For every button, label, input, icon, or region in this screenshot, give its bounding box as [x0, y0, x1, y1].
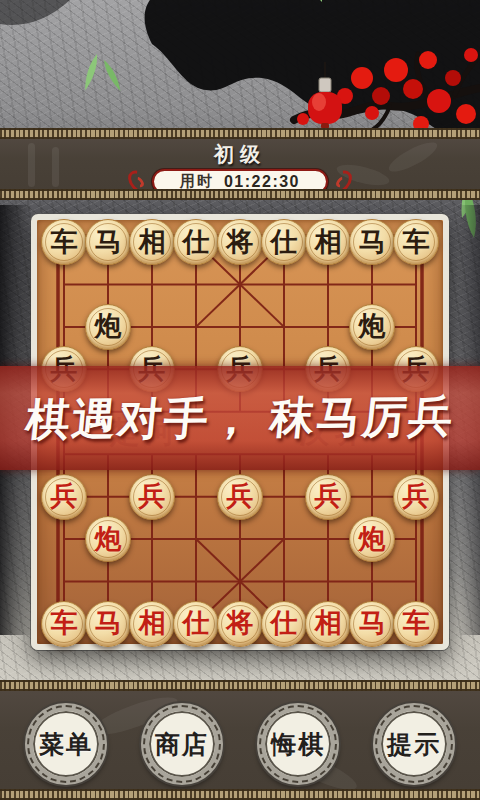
piece-glyph: 炮: [95, 313, 122, 340]
piece-glyph: 马: [95, 610, 122, 637]
bamboo-leaf-icon: [282, 0, 329, 5]
idiom-text: 棋遇对手， 秣马厉兵: [23, 387, 457, 450]
bamboo-leaf-icon: [101, 59, 123, 93]
piece-glyph: 马: [95, 229, 122, 256]
scroll-ornament-icon: [128, 168, 150, 189]
piece-glyph: 兵: [139, 483, 166, 510]
piece-glyph: 炮: [359, 313, 386, 340]
meander-border: [0, 789, 480, 800]
piece-glyph: 车: [51, 610, 78, 637]
action-buttons: 菜单 商店 悔棋 提示: [0, 699, 480, 789]
undo-button[interactable]: 悔棋: [257, 703, 339, 785]
top-bar: 初级 用时 01:22:30: [0, 128, 480, 200]
piece-glyph: 兵: [403, 483, 430, 510]
red-soldier[interactable]: 兵: [217, 474, 263, 520]
idiom-banner: 棋遇对手， 秣马厉兵: [0, 366, 480, 470]
piece-glyph: 仕: [183, 610, 210, 637]
bamboo-leaf-icon: [82, 53, 100, 92]
red-rook[interactable]: 车: [393, 601, 439, 647]
piece-glyph: 马: [359, 229, 386, 256]
menu-button[interactable]: 菜单: [25, 703, 107, 785]
piece-glyph: 仕: [271, 610, 298, 637]
red-advisor[interactable]: 仕: [261, 601, 307, 647]
red-cannon[interactable]: 炮: [85, 516, 131, 562]
piece-glyph: 相: [139, 610, 166, 637]
meander-border: [0, 189, 480, 200]
black-horse[interactable]: 马: [85, 219, 131, 265]
red-soldier[interactable]: 兵: [129, 474, 175, 520]
piece-glyph: 仕: [271, 229, 298, 256]
piece-glyph: 仕: [183, 229, 210, 256]
black-general[interactable]: 将: [217, 219, 263, 265]
black-rook[interactable]: 车: [41, 219, 87, 265]
bottom-bar: 菜单 商店 悔棋 提示: [0, 680, 480, 800]
piece-glyph: 车: [51, 229, 78, 256]
red-elephant[interactable]: 相: [129, 601, 175, 647]
piece-glyph: 相: [139, 229, 166, 256]
plum-branch-icon: [294, 54, 480, 134]
red-soldier[interactable]: 兵: [41, 474, 87, 520]
bottom-bar-panel: 菜单 商店 悔棋 提示: [0, 691, 480, 789]
piece-glyph: 兵: [51, 483, 78, 510]
meander-border: [0, 128, 480, 139]
black-advisor[interactable]: 仕: [261, 219, 307, 265]
red-soldier[interactable]: 兵: [393, 474, 439, 520]
piece-glyph: 车: [403, 610, 430, 637]
red-soldier[interactable]: 兵: [305, 474, 351, 520]
shop-button[interactable]: 商店: [141, 703, 223, 785]
app-screen: 楚河 汉界 车马相仕将仕相马车炮炮兵兵兵兵兵兵兵兵兵兵炮炮车马相仕将仕相马车 棋…: [0, 0, 480, 800]
lantern-icon: [308, 62, 342, 129]
black-rook[interactable]: 车: [393, 219, 439, 265]
black-horse[interactable]: 马: [349, 219, 395, 265]
bamboo-decor: [52, 147, 59, 187]
piece-glyph: 将: [227, 610, 254, 637]
black-elephant[interactable]: 相: [305, 219, 351, 265]
scroll-ornament-icon: [330, 168, 352, 189]
meander-border: [0, 680, 480, 691]
timer-label: 用时: [180, 172, 214, 189]
black-advisor[interactable]: 仕: [173, 219, 219, 265]
red-general[interactable]: 将: [217, 601, 263, 647]
timer: 用时 01:22:30: [152, 169, 328, 189]
piece-glyph: 将: [227, 229, 254, 256]
piece-glyph: 车: [403, 229, 430, 256]
piece-glyph: 相: [315, 610, 342, 637]
piece-glyph: 马: [359, 610, 386, 637]
piece-glyph: 炮: [359, 526, 386, 553]
ink-splash: [145, 0, 480, 143]
bamboo-decor: [28, 143, 35, 187]
red-elephant[interactable]: 相: [305, 601, 351, 647]
red-horse[interactable]: 马: [349, 601, 395, 647]
ink-splash-small: [0, 0, 70, 25]
piece-glyph: 兵: [227, 483, 254, 510]
red-cannon[interactable]: 炮: [349, 516, 395, 562]
hint-button[interactable]: 提示: [373, 703, 455, 785]
black-cannon[interactable]: 炮: [85, 304, 131, 350]
piece-glyph: 相: [315, 229, 342, 256]
piece-glyph: 兵: [315, 483, 342, 510]
red-horse[interactable]: 马: [85, 601, 131, 647]
piece-glyph: 炮: [95, 526, 122, 553]
red-rook[interactable]: 车: [41, 601, 87, 647]
black-elephant[interactable]: 相: [129, 219, 175, 265]
black-cannon[interactable]: 炮: [349, 304, 395, 350]
timer-value: 01:22:30: [224, 173, 300, 190]
red-advisor[interactable]: 仕: [173, 601, 219, 647]
top-bar-panel: 初级 用时 01:22:30: [0, 139, 480, 189]
